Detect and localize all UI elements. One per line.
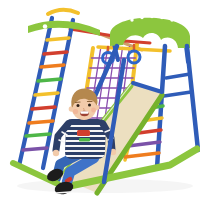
sweater-print-green	[79, 138, 90, 142]
child-sock	[67, 179, 70, 181]
sweater-print-red	[77, 130, 90, 136]
child-nose	[84, 108, 85, 111]
ladder-rung	[29, 121, 53, 123]
side-rung-blue	[166, 74, 190, 78]
ladder-rung	[32, 107, 55, 109]
ladder-rung	[26, 134, 50, 136]
sneaker-sole	[56, 192, 70, 193]
side-rung-blue	[164, 92, 191, 96]
product-photo	[0, 0, 200, 200]
rear-top-arch	[28, 21, 100, 36]
child-cheek	[73, 109, 78, 114]
side-rung	[125, 153, 159, 157]
child-cheek	[91, 108, 96, 113]
ladder-rung	[44, 52, 67, 54]
child-eye	[77, 104, 80, 107]
ladder-rung	[38, 79, 61, 81]
child-eye	[88, 104, 91, 107]
swedish-ladder	[19, 18, 73, 168]
child-teeth	[81, 111, 89, 113]
ladder-rung	[41, 65, 64, 67]
ladder-rung	[35, 93, 58, 95]
rear-yellow-cap	[48, 10, 78, 14]
rear-arch-hole	[43, 24, 47, 28]
ladder-rung	[47, 38, 69, 40]
photo-canvas	[0, 0, 200, 200]
rear-arch-panel	[28, 21, 100, 36]
ladder-rung	[23, 148, 47, 150]
child-hand	[53, 150, 59, 156]
frame-beam	[187, 46, 198, 150]
